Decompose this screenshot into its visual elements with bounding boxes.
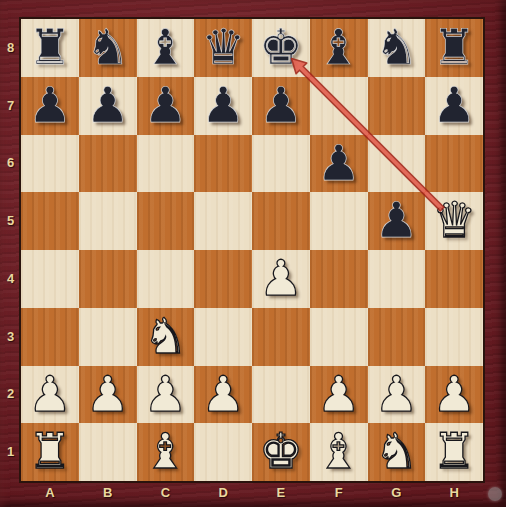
square-f3[interactable]: [310, 308, 368, 366]
square-a5[interactable]: [21, 192, 79, 250]
rank-label-8: 8: [0, 38, 21, 58]
square-a1[interactable]: ♜: [21, 423, 79, 481]
square-b2[interactable]: ♟: [79, 366, 137, 424]
file-label-D: D: [194, 483, 252, 503]
corner-dot: [488, 487, 502, 501]
square-g2[interactable]: ♟: [368, 366, 426, 424]
square-b8[interactable]: ♞: [79, 19, 137, 77]
piece-white-knight-g1[interactable]: ♞: [368, 423, 426, 481]
rank-label-6: 6: [0, 153, 21, 173]
square-h2[interactable]: ♟: [425, 366, 483, 424]
square-h1[interactable]: ♜: [425, 423, 483, 481]
square-e6[interactable]: [252, 135, 310, 193]
piece-white-knight-c3[interactable]: ♞: [137, 308, 195, 366]
square-h3[interactable]: [425, 308, 483, 366]
rank-label-2: 2: [0, 384, 21, 404]
square-c2[interactable]: ♟: [137, 366, 195, 424]
square-d3[interactable]: [194, 308, 252, 366]
square-c4[interactable]: [137, 250, 195, 308]
square-c8[interactable]: ♝: [137, 19, 195, 77]
square-h7[interactable]: ♟: [425, 77, 483, 135]
piece-black-king-e8[interactable]: ♚: [252, 19, 310, 77]
rank-label-4: 4: [0, 269, 21, 289]
square-d2[interactable]: ♟: [194, 366, 252, 424]
piece-white-pawn-g2[interactable]: ♟: [368, 366, 426, 424]
piece-white-bishop-f1[interactable]: ♝: [310, 423, 368, 481]
file-label-B: B: [79, 483, 137, 503]
square-e3[interactable]: [252, 308, 310, 366]
square-f8[interactable]: ♝: [310, 19, 368, 77]
square-f2[interactable]: ♟: [310, 366, 368, 424]
square-d1[interactable]: [194, 423, 252, 481]
piece-black-pawn-f6[interactable]: ♟: [310, 135, 368, 193]
piece-black-pawn-g5[interactable]: ♟: [368, 192, 426, 250]
square-b3[interactable]: [79, 308, 137, 366]
piece-white-bishop-c1[interactable]: ♝: [137, 423, 195, 481]
piece-black-pawn-h7[interactable]: ♟: [425, 77, 483, 135]
square-f6[interactable]: ♟: [310, 135, 368, 193]
square-b4[interactable]: [79, 250, 137, 308]
square-h5[interactable]: ♛: [425, 192, 483, 250]
rank-label-5: 5: [0, 211, 21, 231]
piece-black-pawn-d7[interactable]: ♟: [194, 77, 252, 135]
square-g6[interactable]: [368, 135, 426, 193]
piece-black-rook-h8[interactable]: ♜: [425, 19, 483, 77]
piece-white-pawn-e4[interactable]: ♟: [252, 250, 310, 308]
square-e2[interactable]: [252, 366, 310, 424]
piece-white-pawn-a2[interactable]: ♟: [21, 366, 79, 424]
square-f1[interactable]: ♝: [310, 423, 368, 481]
square-c1[interactable]: ♝: [137, 423, 195, 481]
piece-white-pawn-b2[interactable]: ♟: [79, 366, 137, 424]
chessboard-frame: ♜♞♝♛♚♝♞♜♟♟♟♟♟♟♟♟♛♟♞♟♟♟♟♟♟♟♜♝♚♝♞♜ 8765432…: [0, 0, 506, 507]
piece-white-pawn-d2[interactable]: ♟: [194, 366, 252, 424]
file-label-H: H: [425, 483, 483, 503]
square-e1[interactable]: ♚: [252, 423, 310, 481]
square-a6[interactable]: [21, 135, 79, 193]
piece-white-queen-h5[interactable]: ♛: [425, 192, 483, 250]
rank-label-1: 1: [0, 442, 21, 462]
piece-black-knight-b8[interactable]: ♞: [79, 19, 137, 77]
file-label-A: A: [21, 483, 79, 503]
square-g3[interactable]: [368, 308, 426, 366]
square-h8[interactable]: ♜: [425, 19, 483, 77]
piece-black-rook-a8[interactable]: ♜: [21, 19, 79, 77]
square-b5[interactable]: [79, 192, 137, 250]
piece-black-bishop-c8[interactable]: ♝: [137, 19, 195, 77]
square-d4[interactable]: [194, 250, 252, 308]
square-h6[interactable]: [425, 135, 483, 193]
piece-black-pawn-e7[interactable]: ♟: [252, 77, 310, 135]
square-b7[interactable]: ♟: [79, 77, 137, 135]
square-a3[interactable]: [21, 308, 79, 366]
chess-board: ♜♞♝♛♚♝♞♜♟♟♟♟♟♟♟♟♛♟♞♟♟♟♟♟♟♟♜♝♚♝♞♜: [21, 19, 483, 481]
square-g7[interactable]: [368, 77, 426, 135]
rank-label-3: 3: [0, 327, 21, 347]
square-e4[interactable]: ♟: [252, 250, 310, 308]
piece-white-pawn-f2[interactable]: ♟: [310, 366, 368, 424]
square-b1[interactable]: [79, 423, 137, 481]
square-a4[interactable]: [21, 250, 79, 308]
square-f5[interactable]: [310, 192, 368, 250]
piece-white-king-e1[interactable]: ♚: [252, 423, 310, 481]
square-d8[interactable]: ♛: [194, 19, 252, 77]
square-h4[interactable]: [425, 250, 483, 308]
square-f7[interactable]: [310, 77, 368, 135]
square-a2[interactable]: ♟: [21, 366, 79, 424]
square-e7[interactable]: ♟: [252, 77, 310, 135]
square-a8[interactable]: ♜: [21, 19, 79, 77]
rank-label-7: 7: [0, 96, 21, 116]
square-b6[interactable]: [79, 135, 137, 193]
piece-white-rook-h1[interactable]: ♜: [425, 423, 483, 481]
square-f4[interactable]: [310, 250, 368, 308]
piece-white-pawn-h2[interactable]: ♟: [425, 366, 483, 424]
square-g4[interactable]: [368, 250, 426, 308]
piece-black-bishop-f8[interactable]: ♝: [310, 19, 368, 77]
piece-black-queen-d8[interactable]: ♛: [194, 19, 252, 77]
square-a7[interactable]: ♟: [21, 77, 79, 135]
square-e5[interactable]: [252, 192, 310, 250]
square-c7[interactable]: ♟: [137, 77, 195, 135]
square-d7[interactable]: ♟: [194, 77, 252, 135]
piece-black-knight-g8[interactable]: ♞: [368, 19, 426, 77]
file-label-F: F: [310, 483, 368, 503]
square-d6[interactable]: [194, 135, 252, 193]
piece-white-rook-a1[interactable]: ♜: [21, 423, 79, 481]
square-c5[interactable]: [137, 192, 195, 250]
square-c6[interactable]: [137, 135, 195, 193]
square-g1[interactable]: ♞: [368, 423, 426, 481]
piece-black-pawn-b7[interactable]: ♟: [79, 77, 137, 135]
square-c3[interactable]: ♞: [137, 308, 195, 366]
square-d5[interactable]: [194, 192, 252, 250]
square-g8[interactable]: ♞: [368, 19, 426, 77]
piece-black-pawn-a7[interactable]: ♟: [21, 77, 79, 135]
file-label-C: C: [137, 483, 195, 503]
square-g5[interactable]: ♟: [368, 192, 426, 250]
square-e8[interactable]: ♚: [252, 19, 310, 77]
piece-black-pawn-c7[interactable]: ♟: [137, 77, 195, 135]
file-label-E: E: [252, 483, 310, 503]
file-label-G: G: [368, 483, 426, 503]
piece-white-pawn-c2[interactable]: ♟: [137, 366, 195, 424]
